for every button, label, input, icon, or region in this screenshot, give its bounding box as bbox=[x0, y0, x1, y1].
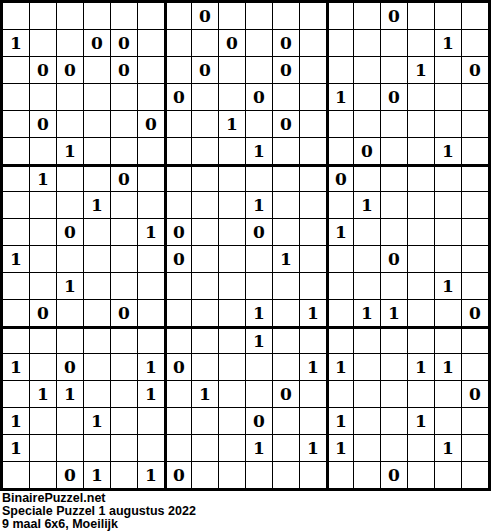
cell-empty[interactable] bbox=[408, 111, 434, 137]
cell-empty[interactable] bbox=[327, 192, 353, 218]
cell-empty[interactable] bbox=[165, 111, 191, 137]
cell-empty[interactable] bbox=[300, 273, 326, 299]
cell-empty[interactable] bbox=[354, 3, 380, 29]
cell-empty[interactable] bbox=[138, 138, 164, 164]
cell-empty[interactable] bbox=[381, 381, 407, 407]
cell-empty[interactable] bbox=[246, 57, 272, 83]
cell-empty[interactable] bbox=[435, 84, 461, 110]
cell-empty[interactable] bbox=[84, 57, 110, 83]
cell-empty[interactable] bbox=[138, 30, 164, 56]
cell-empty[interactable] bbox=[84, 84, 110, 110]
cell-empty[interactable] bbox=[138, 3, 164, 29]
cell-given: 0 bbox=[138, 111, 164, 137]
cell-empty[interactable] bbox=[84, 111, 110, 137]
cell-empty[interactable] bbox=[138, 300, 164, 326]
cell-empty[interactable] bbox=[327, 273, 353, 299]
cell-empty[interactable] bbox=[30, 192, 56, 218]
cell-empty[interactable] bbox=[165, 138, 191, 164]
cell-empty[interactable] bbox=[327, 138, 353, 164]
cell-given: 1 bbox=[435, 30, 461, 56]
cell-empty[interactable] bbox=[219, 3, 245, 29]
cell-empty[interactable] bbox=[273, 273, 299, 299]
cell-empty[interactable] bbox=[300, 57, 326, 83]
cell-empty[interactable] bbox=[381, 57, 407, 83]
cell-empty[interactable] bbox=[327, 246, 353, 272]
cell-empty[interactable] bbox=[57, 435, 83, 461]
cell-empty[interactable] bbox=[462, 219, 488, 245]
cell-empty[interactable] bbox=[3, 138, 29, 164]
cell-empty[interactable] bbox=[111, 219, 137, 245]
cell-given: 1 bbox=[435, 354, 461, 380]
cell-empty[interactable] bbox=[462, 273, 488, 299]
cell-empty[interactable] bbox=[219, 84, 245, 110]
cell-empty[interactable] bbox=[84, 300, 110, 326]
cell-empty[interactable] bbox=[84, 138, 110, 164]
cell-given: 1 bbox=[84, 408, 110, 434]
cell-empty[interactable] bbox=[327, 3, 353, 29]
cell-empty[interactable] bbox=[30, 327, 56, 353]
cell-empty[interactable] bbox=[111, 354, 137, 380]
cell-empty[interactable] bbox=[354, 219, 380, 245]
cell-empty[interactable] bbox=[300, 3, 326, 29]
cell-given: 1 bbox=[246, 192, 272, 218]
cell-empty[interactable] bbox=[192, 354, 218, 380]
cell-empty[interactable] bbox=[57, 84, 83, 110]
cell-empty[interactable] bbox=[246, 273, 272, 299]
cell-empty[interactable] bbox=[273, 192, 299, 218]
cell-empty[interactable] bbox=[138, 246, 164, 272]
cell-empty[interactable] bbox=[300, 408, 326, 434]
cell-empty[interactable] bbox=[381, 111, 407, 137]
cell-given: 0 bbox=[84, 30, 110, 56]
cell-empty[interactable] bbox=[381, 435, 407, 461]
cell-empty[interactable] bbox=[462, 435, 488, 461]
cell-empty[interactable] bbox=[84, 273, 110, 299]
cell-empty[interactable] bbox=[408, 192, 434, 218]
cell-empty[interactable] bbox=[192, 30, 218, 56]
cell-empty[interactable] bbox=[57, 246, 83, 272]
cell-given: 1 bbox=[327, 219, 353, 245]
cell-empty[interactable] bbox=[408, 381, 434, 407]
cell-empty[interactable] bbox=[300, 462, 326, 488]
cell-given: 0 bbox=[381, 462, 407, 488]
cell-empty[interactable] bbox=[219, 381, 245, 407]
cell-given: 1 bbox=[435, 138, 461, 164]
cell-empty[interactable] bbox=[219, 192, 245, 218]
cell-empty[interactable] bbox=[273, 3, 299, 29]
cell-empty[interactable] bbox=[354, 165, 380, 191]
cell-empty[interactable] bbox=[3, 3, 29, 29]
cell-empty[interactable] bbox=[165, 30, 191, 56]
cell-empty[interactable] bbox=[273, 435, 299, 461]
cell-empty[interactable] bbox=[408, 435, 434, 461]
cell-empty[interactable] bbox=[30, 138, 56, 164]
cell-empty[interactable] bbox=[165, 3, 191, 29]
cell-empty[interactable] bbox=[219, 138, 245, 164]
cell-empty[interactable] bbox=[219, 273, 245, 299]
cell-empty[interactable] bbox=[462, 408, 488, 434]
cell-empty[interactable] bbox=[273, 327, 299, 353]
cell-given: 1 bbox=[381, 300, 407, 326]
cell-empty[interactable] bbox=[165, 57, 191, 83]
cell-empty[interactable] bbox=[111, 435, 137, 461]
cell-empty[interactable] bbox=[3, 111, 29, 137]
cell-empty[interactable] bbox=[219, 435, 245, 461]
cell-empty[interactable] bbox=[111, 111, 137, 137]
cell-empty[interactable] bbox=[246, 462, 272, 488]
cell-empty[interactable] bbox=[327, 30, 353, 56]
cell-given: 1 bbox=[192, 381, 218, 407]
cell-empty[interactable] bbox=[381, 327, 407, 353]
cell-empty[interactable] bbox=[408, 3, 434, 29]
cell-given: 0 bbox=[246, 219, 272, 245]
cell-empty[interactable] bbox=[3, 381, 29, 407]
cell-empty[interactable] bbox=[111, 84, 137, 110]
cell-given: 1 bbox=[57, 273, 83, 299]
cell-empty[interactable] bbox=[462, 354, 488, 380]
cell-empty[interactable] bbox=[462, 138, 488, 164]
cell-empty[interactable] bbox=[435, 327, 461, 353]
cell-empty[interactable] bbox=[3, 327, 29, 353]
cell-empty[interactable] bbox=[219, 57, 245, 83]
cell-empty[interactable] bbox=[354, 381, 380, 407]
cell-empty[interactable] bbox=[300, 30, 326, 56]
cell-empty[interactable] bbox=[300, 84, 326, 110]
cell-empty[interactable] bbox=[273, 165, 299, 191]
cell-empty[interactable] bbox=[84, 354, 110, 380]
cell-empty[interactable] bbox=[219, 354, 245, 380]
cell-given: 0 bbox=[30, 111, 56, 137]
cell-empty[interactable] bbox=[300, 327, 326, 353]
cell-empty[interactable] bbox=[381, 30, 407, 56]
cell-empty[interactable] bbox=[435, 300, 461, 326]
cell-empty[interactable] bbox=[3, 273, 29, 299]
binary-puzzle-page: 0010000100000100010001011011001110100110… bbox=[0, 0, 493, 531]
cell-empty[interactable] bbox=[462, 111, 488, 137]
footer: BinairePuzzel.net Speciale Puzzel 1 augu… bbox=[0, 491, 493, 531]
cell-empty[interactable] bbox=[246, 3, 272, 29]
cell-empty[interactable] bbox=[435, 3, 461, 29]
cell-given: 0 bbox=[273, 30, 299, 56]
cell-given: 0 bbox=[111, 300, 137, 326]
cell-empty[interactable] bbox=[300, 381, 326, 407]
cell-empty[interactable] bbox=[273, 354, 299, 380]
cell-empty[interactable] bbox=[3, 165, 29, 191]
cell-empty[interactable] bbox=[192, 84, 218, 110]
cell-empty[interactable] bbox=[111, 246, 137, 272]
cell-empty[interactable] bbox=[138, 192, 164, 218]
cell-empty[interactable] bbox=[219, 462, 245, 488]
cell-empty[interactable] bbox=[165, 381, 191, 407]
cell-empty[interactable] bbox=[192, 111, 218, 137]
cell-empty[interactable] bbox=[57, 111, 83, 137]
cell-empty[interactable] bbox=[219, 408, 245, 434]
cell-given: 1 bbox=[246, 300, 272, 326]
cell-empty[interactable] bbox=[354, 462, 380, 488]
cell-empty[interactable] bbox=[165, 300, 191, 326]
cell-empty[interactable] bbox=[219, 219, 245, 245]
cell-empty[interactable] bbox=[30, 84, 56, 110]
cell-empty[interactable] bbox=[462, 462, 488, 488]
cell-empty[interactable] bbox=[192, 300, 218, 326]
cell-empty[interactable] bbox=[138, 435, 164, 461]
cell-empty[interactable] bbox=[165, 327, 191, 353]
cell-empty[interactable] bbox=[192, 165, 218, 191]
cell-empty[interactable] bbox=[3, 192, 29, 218]
cell-empty[interactable] bbox=[381, 138, 407, 164]
cell-given: 1 bbox=[327, 354, 353, 380]
cell-empty[interactable] bbox=[327, 381, 353, 407]
cell-empty[interactable] bbox=[57, 192, 83, 218]
cell-empty[interactable] bbox=[138, 165, 164, 191]
cell-empty[interactable] bbox=[30, 435, 56, 461]
cell-empty[interactable] bbox=[327, 327, 353, 353]
cell-empty[interactable] bbox=[300, 246, 326, 272]
cell-empty[interactable] bbox=[435, 381, 461, 407]
cell-empty[interactable] bbox=[462, 165, 488, 191]
cell-empty[interactable] bbox=[435, 462, 461, 488]
cell-given: 0 bbox=[246, 408, 272, 434]
cell-empty[interactable] bbox=[300, 192, 326, 218]
cell-empty[interactable] bbox=[30, 354, 56, 380]
cell-empty[interactable] bbox=[381, 354, 407, 380]
cell-empty[interactable] bbox=[165, 273, 191, 299]
cell-empty[interactable] bbox=[354, 273, 380, 299]
cell-empty[interactable] bbox=[84, 246, 110, 272]
cell-empty[interactable] bbox=[138, 57, 164, 83]
cell-empty[interactable] bbox=[3, 219, 29, 245]
cell-empty[interactable] bbox=[219, 327, 245, 353]
cell-empty[interactable] bbox=[111, 381, 137, 407]
cell-empty[interactable] bbox=[57, 408, 83, 434]
cell-empty[interactable] bbox=[30, 273, 56, 299]
cell-given: 1 bbox=[3, 408, 29, 434]
cell-empty[interactable] bbox=[246, 30, 272, 56]
cell-empty[interactable] bbox=[300, 219, 326, 245]
cell-given: 1 bbox=[3, 30, 29, 56]
cell-empty[interactable] bbox=[435, 192, 461, 218]
cell-empty[interactable] bbox=[84, 3, 110, 29]
cell-empty[interactable] bbox=[327, 462, 353, 488]
cell-empty[interactable] bbox=[138, 273, 164, 299]
cell-empty[interactable] bbox=[300, 165, 326, 191]
cell-empty[interactable] bbox=[192, 138, 218, 164]
cell-empty[interactable] bbox=[138, 84, 164, 110]
cell-empty[interactable] bbox=[354, 84, 380, 110]
cell-given: 1 bbox=[84, 462, 110, 488]
cell-empty[interactable] bbox=[381, 165, 407, 191]
cell-empty[interactable] bbox=[381, 192, 407, 218]
cell-empty[interactable] bbox=[30, 462, 56, 488]
cell-given: 1 bbox=[327, 84, 353, 110]
cell-empty[interactable] bbox=[84, 327, 110, 353]
cell-given: 0 bbox=[381, 3, 407, 29]
cell-empty[interactable] bbox=[408, 327, 434, 353]
cell-empty[interactable] bbox=[138, 408, 164, 434]
cell-given: 0 bbox=[57, 462, 83, 488]
cell-given: 1 bbox=[3, 354, 29, 380]
cell-given: 1 bbox=[435, 435, 461, 461]
cell-empty[interactable] bbox=[165, 408, 191, 434]
cell-empty[interactable] bbox=[84, 165, 110, 191]
cell-empty[interactable] bbox=[462, 192, 488, 218]
cell-empty[interactable] bbox=[57, 3, 83, 29]
cell-empty[interactable] bbox=[3, 300, 29, 326]
cell-empty[interactable] bbox=[462, 84, 488, 110]
cell-given: 0 bbox=[30, 300, 56, 326]
cell-empty[interactable] bbox=[354, 30, 380, 56]
cell-empty[interactable] bbox=[408, 246, 434, 272]
cell-empty[interactable] bbox=[408, 30, 434, 56]
cell-empty[interactable] bbox=[408, 84, 434, 110]
cell-empty[interactable] bbox=[462, 246, 488, 272]
cell-given: 1 bbox=[57, 381, 83, 407]
cell-given: 1 bbox=[138, 381, 164, 407]
cell-empty[interactable] bbox=[300, 138, 326, 164]
cell-given: 0 bbox=[57, 354, 83, 380]
cell-given: 0 bbox=[462, 381, 488, 407]
cell-empty[interactable] bbox=[435, 219, 461, 245]
cell-given: 0 bbox=[273, 57, 299, 83]
cell-empty[interactable] bbox=[273, 84, 299, 110]
cell-empty[interactable] bbox=[192, 246, 218, 272]
cell-given: 1 bbox=[327, 408, 353, 434]
cell-empty[interactable] bbox=[3, 462, 29, 488]
cell-empty[interactable] bbox=[192, 462, 218, 488]
cell-empty[interactable] bbox=[165, 435, 191, 461]
cell-empty[interactable] bbox=[435, 408, 461, 434]
cell-empty[interactable] bbox=[246, 246, 272, 272]
cell-empty[interactable] bbox=[192, 192, 218, 218]
cell-empty[interactable] bbox=[246, 381, 272, 407]
cell-empty[interactable] bbox=[273, 300, 299, 326]
cell-empty[interactable] bbox=[111, 408, 137, 434]
cell-given: 1 bbox=[138, 462, 164, 488]
footer-puzzle-spec: 9 maal 6x6, Moeilijk bbox=[2, 518, 493, 531]
cell-given: 0 bbox=[111, 165, 137, 191]
cell-empty[interactable] bbox=[354, 111, 380, 137]
cell-empty[interactable] bbox=[354, 327, 380, 353]
cell-empty[interactable] bbox=[246, 354, 272, 380]
cell-given: 1 bbox=[327, 435, 353, 461]
cell-empty[interactable] bbox=[30, 246, 56, 272]
cell-empty[interactable] bbox=[219, 300, 245, 326]
cell-empty[interactable] bbox=[435, 165, 461, 191]
cell-given: 1 bbox=[246, 138, 272, 164]
cell-empty[interactable] bbox=[381, 408, 407, 434]
cell-given: 1 bbox=[3, 435, 29, 461]
cell-empty[interactable] bbox=[435, 246, 461, 272]
cell-empty[interactable] bbox=[165, 165, 191, 191]
cell-empty[interactable] bbox=[111, 3, 137, 29]
cell-empty[interactable] bbox=[408, 462, 434, 488]
cell-empty[interactable] bbox=[192, 435, 218, 461]
cell-empty[interactable] bbox=[408, 138, 434, 164]
cell-given: 0 bbox=[111, 57, 137, 83]
cell-empty[interactable] bbox=[435, 111, 461, 137]
cell-empty[interactable] bbox=[192, 273, 218, 299]
cell-empty[interactable] bbox=[111, 273, 137, 299]
cell-empty[interactable] bbox=[354, 246, 380, 272]
cell-empty[interactable] bbox=[165, 192, 191, 218]
cell-empty[interactable] bbox=[273, 462, 299, 488]
cell-empty[interactable] bbox=[327, 300, 353, 326]
cell-empty[interactable] bbox=[57, 165, 83, 191]
cell-empty[interactable] bbox=[219, 165, 245, 191]
cell-given: 0 bbox=[30, 57, 56, 83]
cell-given: 0 bbox=[354, 138, 380, 164]
cell-given: 1 bbox=[219, 111, 245, 137]
cell-empty[interactable] bbox=[192, 408, 218, 434]
cell-empty[interactable] bbox=[246, 111, 272, 137]
cell-empty[interactable] bbox=[111, 138, 137, 164]
cell-empty[interactable] bbox=[111, 192, 137, 218]
cell-empty[interactable] bbox=[30, 219, 56, 245]
cell-given: 0 bbox=[165, 219, 191, 245]
cell-empty[interactable] bbox=[327, 111, 353, 137]
cell-empty[interactable] bbox=[273, 138, 299, 164]
cell-empty[interactable] bbox=[462, 327, 488, 353]
cell-empty[interactable] bbox=[462, 3, 488, 29]
cell-empty[interactable] bbox=[192, 327, 218, 353]
cell-empty[interactable] bbox=[354, 57, 380, 83]
cell-given: 0 bbox=[273, 111, 299, 137]
cell-empty[interactable] bbox=[138, 327, 164, 353]
cell-empty[interactable] bbox=[84, 219, 110, 245]
cell-empty[interactable] bbox=[408, 273, 434, 299]
cell-empty[interactable] bbox=[327, 57, 353, 83]
cell-empty[interactable] bbox=[57, 300, 83, 326]
cell-empty[interactable] bbox=[381, 219, 407, 245]
cell-empty[interactable] bbox=[354, 354, 380, 380]
cell-empty[interactable] bbox=[111, 327, 137, 353]
cell-given: 1 bbox=[408, 354, 434, 380]
cell-empty[interactable] bbox=[84, 435, 110, 461]
cell-empty[interactable] bbox=[30, 3, 56, 29]
cell-empty[interactable] bbox=[246, 165, 272, 191]
cell-empty[interactable] bbox=[408, 300, 434, 326]
cell-given: 0 bbox=[381, 246, 407, 272]
cell-empty[interactable] bbox=[273, 408, 299, 434]
cell-empty[interactable] bbox=[408, 219, 434, 245]
cell-given: 0 bbox=[246, 84, 272, 110]
cell-empty[interactable] bbox=[300, 111, 326, 137]
cell-empty[interactable] bbox=[462, 30, 488, 56]
cell-empty[interactable] bbox=[3, 84, 29, 110]
cell-empty[interactable] bbox=[57, 30, 83, 56]
cell-empty[interactable] bbox=[408, 165, 434, 191]
cell-empty[interactable] bbox=[3, 57, 29, 83]
cell-given: 1 bbox=[300, 435, 326, 461]
cell-empty[interactable] bbox=[381, 273, 407, 299]
cell-given: 1 bbox=[300, 300, 326, 326]
cell-empty[interactable] bbox=[111, 462, 137, 488]
cell-given: 1 bbox=[84, 192, 110, 218]
cell-empty[interactable] bbox=[30, 408, 56, 434]
cell-empty[interactable] bbox=[84, 381, 110, 407]
cell-empty[interactable] bbox=[57, 327, 83, 353]
cell-given: 1 bbox=[354, 192, 380, 218]
cell-given: 0 bbox=[165, 462, 191, 488]
cell-empty[interactable] bbox=[219, 246, 245, 272]
cell-empty[interactable] bbox=[273, 219, 299, 245]
cell-empty[interactable] bbox=[435, 57, 461, 83]
cell-given: 0 bbox=[462, 300, 488, 326]
cell-empty[interactable] bbox=[192, 219, 218, 245]
cell-empty[interactable] bbox=[30, 30, 56, 56]
cell-empty[interactable] bbox=[354, 408, 380, 434]
cell-empty[interactable] bbox=[354, 435, 380, 461]
